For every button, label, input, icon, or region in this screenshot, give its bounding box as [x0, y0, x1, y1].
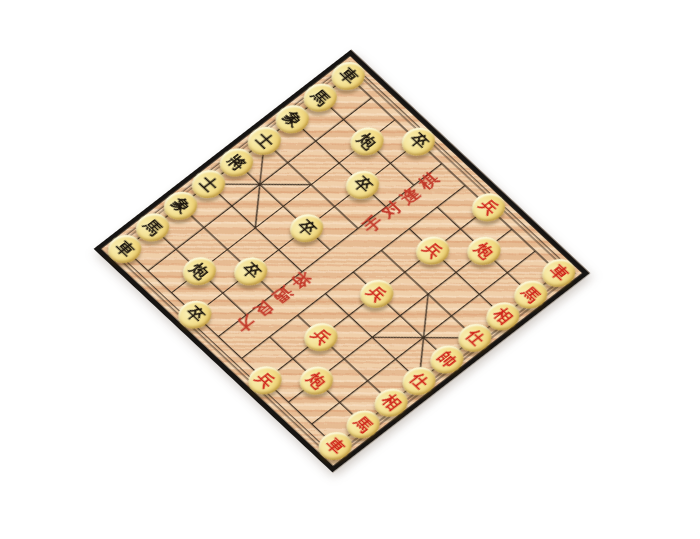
piece-glyph: 炮 — [187, 261, 212, 282]
piece-glyph: 卒 — [406, 131, 431, 152]
piece-glyph: 車 — [336, 65, 361, 86]
piece-glyph: 馬 — [308, 87, 333, 108]
piece-glyph: 卒 — [182, 304, 207, 325]
piece-glyph: 士 — [252, 130, 277, 151]
piece-glyph: 兵 — [476, 197, 501, 218]
piece-glyph: 卒 — [238, 261, 263, 282]
board-grid — [94, 50, 590, 473]
piece-glyph: 馬 — [351, 414, 376, 435]
piece-glyph: 車 — [546, 262, 571, 283]
piece-glyph: 士 — [196, 174, 221, 195]
grid-line — [242, 185, 466, 358]
piece-glyph: 馬 — [518, 284, 543, 305]
piece-glyph: 兵 — [420, 240, 445, 261]
piece-glyph: 炮 — [472, 240, 497, 261]
xiangqi-board[interactable]: 手对逢棋 将遇良才 車馬象士將士象馬車炮炮卒卒卒卒卒兵兵兵兵兵炮炮車馬相仕帥仕相… — [94, 50, 590, 473]
piece-glyph: 仕 — [407, 371, 432, 392]
piece-glyph: 將 — [224, 152, 249, 173]
photo-canvas: 手对逢棋 将遇良才 車馬象士將士象馬車炮炮卒卒卒卒卒兵兵兵兵兵炮炮車馬相仕帥仕相… — [0, 0, 700, 539]
piece-glyph: 馬 — [140, 217, 165, 238]
grid-line — [348, 76, 559, 273]
piece-glyph: 相 — [490, 306, 515, 327]
piece-glyph: 兵 — [308, 327, 333, 348]
piece-glyph: 象 — [168, 195, 193, 216]
piece-glyph: 炮 — [304, 370, 329, 391]
piece-glyph: 車 — [112, 238, 137, 259]
piece-glyph: 卒 — [294, 218, 319, 239]
piece-glyph: 卒 — [350, 174, 375, 195]
piece-glyph: 象 — [280, 109, 305, 130]
piece-glyph: 炮 — [355, 131, 380, 152]
piece-glyph: 兵 — [253, 370, 278, 391]
piece-glyph: 車 — [323, 435, 348, 456]
piece-glyph: 兵 — [364, 283, 389, 304]
piece-glyph: 相 — [379, 392, 404, 413]
piece-glyph: 帥 — [435, 349, 460, 370]
piece-glyph: 仕 — [462, 327, 487, 348]
